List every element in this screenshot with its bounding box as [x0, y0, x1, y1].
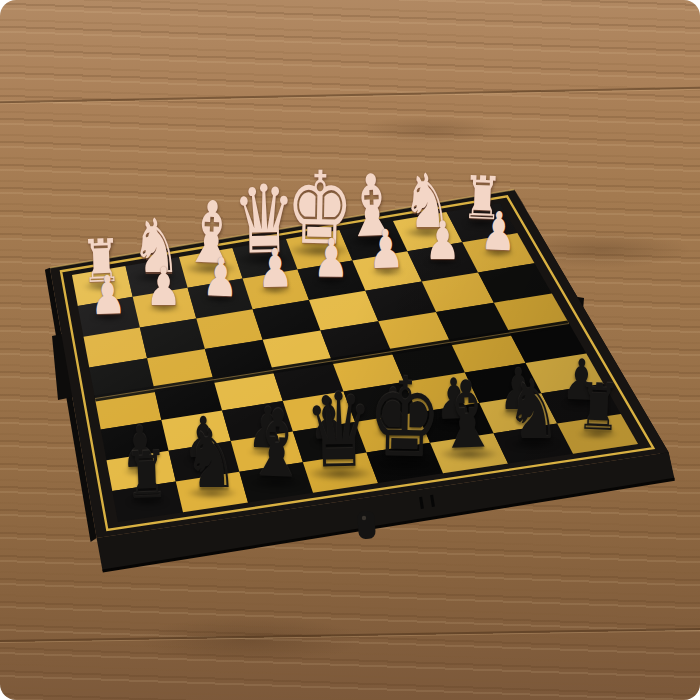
case-latch: [357, 510, 376, 539]
product-photo: ♜♞♝♛♚♝♞♜♟♟♟♟♟♟♟♟♟♟♟♟♟♟♟♟♜♞♝♛♚♝♞♜: [0, 0, 700, 700]
chess-board: [0, 0, 700, 700]
